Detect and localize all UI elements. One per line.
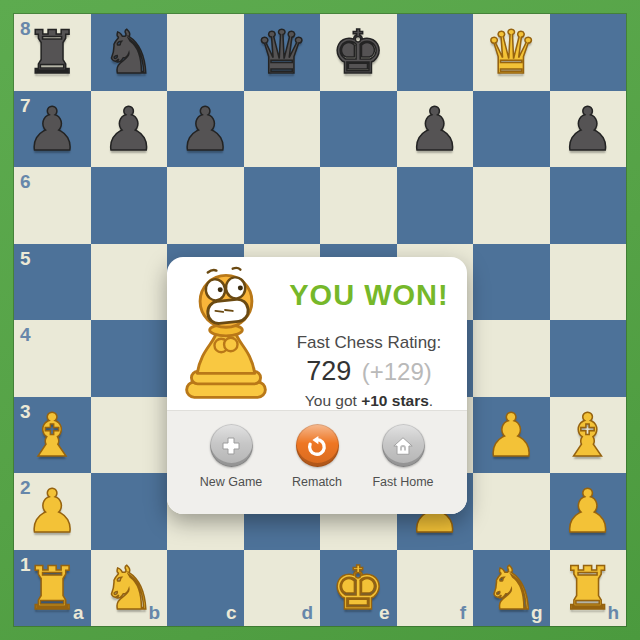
black-queen-d8[interactable]: ♛ <box>244 14 321 91</box>
square-a1[interactable]: 1a♜ <box>14 550 91 627</box>
square-b2[interactable] <box>91 473 168 550</box>
home-icon <box>392 435 414 457</box>
square-g1[interactable]: g♞ <box>473 550 550 627</box>
square-b5[interactable] <box>91 244 168 321</box>
black-knight-b8[interactable]: ♞ <box>91 14 168 91</box>
pawn-mascot-icon <box>173 261 279 405</box>
white-pawn-g3[interactable]: ♟ <box>473 397 550 474</box>
black-rook-a8[interactable]: ♜ <box>14 14 91 91</box>
rematch-button[interactable]: Rematch <box>274 424 360 489</box>
square-g2[interactable] <box>473 473 550 550</box>
square-f1[interactable]: f <box>397 550 474 627</box>
square-a7[interactable]: 7♟ <box>14 91 91 168</box>
square-d8[interactable]: ♛ <box>244 14 321 91</box>
rating-label: Fast Chess Rating: <box>279 333 459 353</box>
black-pawn-c7[interactable]: ♟ <box>167 91 244 168</box>
square-h4[interactable] <box>550 320 627 397</box>
black-pawn-f7[interactable]: ♟ <box>397 91 474 168</box>
rating-delta: (+129) <box>362 358 432 385</box>
white-bishop-a3[interactable]: ♝ <box>14 397 91 474</box>
square-e8[interactable]: ♚ <box>320 14 397 91</box>
black-pawn-a7[interactable]: ♟ <box>14 91 91 168</box>
square-h6[interactable] <box>550 167 627 244</box>
rematch-label: Rematch <box>292 475 342 489</box>
file-label-f: f <box>460 603 466 622</box>
square-h1[interactable]: h♜ <box>550 550 627 627</box>
white-knight-b1[interactable]: ♞ <box>91 550 168 627</box>
square-a5[interactable]: 5 <box>14 244 91 321</box>
black-pawn-h7[interactable]: ♟ <box>550 91 627 168</box>
white-pawn-h2[interactable]: ♟ <box>550 473 627 550</box>
plus-icon <box>221 436 241 456</box>
dialog-footer: New Game Rematch Fast Ho <box>167 410 467 514</box>
file-label-c: c <box>226 603 237 622</box>
square-e1[interactable]: e♚ <box>320 550 397 627</box>
white-bishop-h3[interactable]: ♝ <box>550 397 627 474</box>
rank-label-6: 6 <box>20 172 31 191</box>
square-h5[interactable] <box>550 244 627 321</box>
white-queen-g8[interactable]: ♛ <box>473 14 550 91</box>
dialog-content: YOU WON! Fast Chess Rating: 729 (+129) Y… <box>167 257 467 409</box>
fast-home-label: Fast Home <box>372 475 433 489</box>
square-e6[interactable] <box>320 167 397 244</box>
square-b6[interactable] <box>91 167 168 244</box>
stars-text: You got +10 stars. <box>279 392 459 410</box>
square-f6[interactable] <box>397 167 474 244</box>
square-d7[interactable] <box>244 91 321 168</box>
new-game-circle[interactable] <box>210 424 253 467</box>
file-label-d: d <box>301 603 313 622</box>
stars-prefix: You got <box>305 392 361 409</box>
square-a3[interactable]: 3♝ <box>14 397 91 474</box>
you-won-title: YOU WON! <box>279 279 459 312</box>
new-game-button[interactable]: New Game <box>188 424 274 489</box>
rank-label-5: 5 <box>20 249 31 268</box>
square-h8[interactable] <box>550 14 627 91</box>
square-g7[interactable] <box>473 91 550 168</box>
square-c6[interactable] <box>167 167 244 244</box>
square-d1[interactable]: d <box>244 550 321 627</box>
square-e7[interactable] <box>320 91 397 168</box>
white-rook-a1[interactable]: ♜ <box>14 550 91 627</box>
fast-home-circle[interactable] <box>382 424 425 467</box>
undo-icon <box>306 435 328 457</box>
stars-value: +10 stars <box>361 392 429 409</box>
white-knight-g1[interactable]: ♞ <box>473 550 550 627</box>
game-window: 8♜♞♛♚♛7♟♟♟♟♟6543♝♟♝2♟♟♟1a♜b♞cde♚fg♞h♜ <box>0 0 640 640</box>
square-c1[interactable]: c <box>167 550 244 627</box>
square-g3[interactable]: ♟ <box>473 397 550 474</box>
square-f8[interactable] <box>397 14 474 91</box>
you-won-dialog: YOU WON! Fast Chess Rating: 729 (+129) Y… <box>167 257 467 514</box>
fast-home-button[interactable]: Fast Home <box>360 424 446 489</box>
stars-suffix: . <box>429 392 433 409</box>
white-pawn-a2[interactable]: ♟ <box>14 473 91 550</box>
white-rook-h1[interactable]: ♜ <box>550 550 627 627</box>
square-a8[interactable]: 8♜ <box>14 14 91 91</box>
square-c8[interactable] <box>167 14 244 91</box>
square-a4[interactable]: 4 <box>14 320 91 397</box>
square-g6[interactable] <box>473 167 550 244</box>
rank-label-4: 4 <box>20 325 31 344</box>
rating-line: 729 (+129) <box>279 356 459 387</box>
square-b7[interactable]: ♟ <box>91 91 168 168</box>
new-game-label: New Game <box>200 475 263 489</box>
square-b1[interactable]: b♞ <box>91 550 168 627</box>
dialog-text-column: YOU WON! Fast Chess Rating: 729 (+129) Y… <box>279 257 459 410</box>
square-b3[interactable] <box>91 397 168 474</box>
square-a6[interactable]: 6 <box>14 167 91 244</box>
black-king-e8[interactable]: ♚ <box>320 14 397 91</box>
square-d6[interactable] <box>244 167 321 244</box>
square-f7[interactable]: ♟ <box>397 91 474 168</box>
square-g5[interactable] <box>473 244 550 321</box>
white-king-e1[interactable]: ♚ <box>320 550 397 627</box>
rematch-circle[interactable] <box>296 424 339 467</box>
square-g8[interactable]: ♛ <box>473 14 550 91</box>
square-a2[interactable]: 2♟ <box>14 473 91 550</box>
rating-value: 729 <box>306 356 351 386</box>
square-b4[interactable] <box>91 320 168 397</box>
square-b8[interactable]: ♞ <box>91 14 168 91</box>
square-h3[interactable]: ♝ <box>550 397 627 474</box>
square-h7[interactable]: ♟ <box>550 91 627 168</box>
black-pawn-b7[interactable]: ♟ <box>91 91 168 168</box>
square-g4[interactable] <box>473 320 550 397</box>
square-h2[interactable]: ♟ <box>550 473 627 550</box>
square-c7[interactable]: ♟ <box>167 91 244 168</box>
